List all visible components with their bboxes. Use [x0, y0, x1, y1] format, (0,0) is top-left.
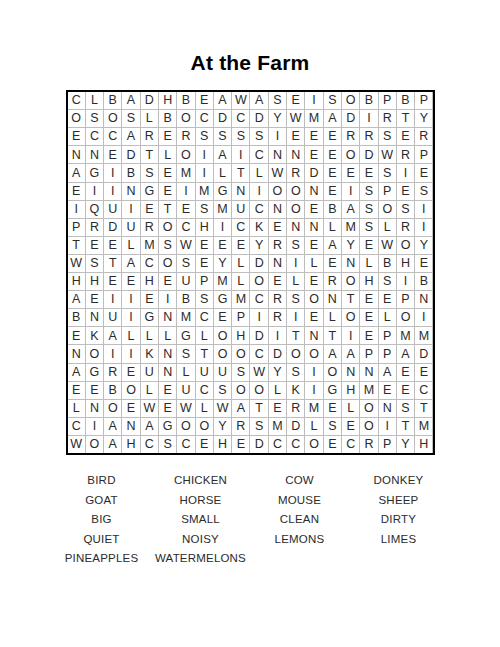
grid-cell[interactable]: S — [379, 128, 396, 145]
grid-cell[interactable]: B — [324, 201, 341, 218]
grid-cell[interactable]: L — [159, 146, 176, 163]
grid-cell[interactable]: T — [287, 327, 304, 344]
grid-cell[interactable]: R — [360, 128, 377, 145]
grid-cell[interactable]: L — [122, 237, 139, 254]
grid-cell[interactable]: E — [214, 237, 231, 254]
grid-cell[interactable]: M — [214, 201, 231, 218]
grid-cell[interactable]: N — [305, 219, 322, 236]
grid-cell[interactable]: G — [324, 382, 341, 399]
grid-cell[interactable]: E — [360, 237, 377, 254]
grid-cell[interactable]: H — [68, 273, 85, 290]
grid-cell[interactable]: S — [360, 183, 377, 200]
grid-cell[interactable]: O — [159, 219, 176, 236]
grid-cell[interactable]: C — [250, 345, 267, 362]
grid-cell[interactable]: E — [196, 255, 213, 272]
grid-cell[interactable]: I — [415, 219, 432, 236]
grid-cell[interactable]: N — [269, 201, 286, 218]
grid-cell[interactable]: K — [250, 219, 267, 236]
grid-cell[interactable]: L — [379, 309, 396, 326]
grid-cell[interactable]: A — [214, 92, 231, 109]
grid-cell[interactable]: D — [250, 255, 267, 272]
grid-cell[interactable]: M — [397, 327, 414, 344]
grid-cell[interactable]: W — [177, 400, 194, 417]
grid-cell[interactable]: S — [287, 291, 304, 308]
grid-cell[interactable]: R — [342, 128, 359, 145]
grid-cell[interactable]: R — [397, 219, 414, 236]
grid-cell[interactable]: G — [159, 418, 176, 435]
grid-cell[interactable]: I — [269, 327, 286, 344]
grid-cell[interactable]: U — [122, 219, 139, 236]
grid-cell[interactable]: S — [415, 183, 432, 200]
grid-cell[interactable]: E — [68, 183, 85, 200]
grid-cell[interactable]: E — [397, 128, 414, 145]
grid-cell[interactable]: G — [86, 164, 103, 181]
grid-cell[interactable]: E — [305, 309, 322, 326]
grid-cell[interactable]: Y — [250, 237, 267, 254]
grid-cell[interactable]: T — [397, 418, 414, 435]
grid-cell[interactable]: C — [250, 146, 267, 163]
grid-cell[interactable]: A — [68, 364, 85, 381]
grid-cell[interactable]: E — [68, 327, 85, 344]
grid-cell[interactable]: S — [196, 291, 213, 308]
grid-cell[interactable]: E — [104, 146, 121, 163]
grid-cell[interactable]: E — [360, 291, 377, 308]
grid-cell[interactable]: T — [141, 146, 158, 163]
grid-cell[interactable]: E — [141, 291, 158, 308]
grid-cell[interactable]: E — [379, 382, 396, 399]
grid-cell[interactable]: A — [141, 418, 158, 435]
grid-cell[interactable]: N — [305, 327, 322, 344]
grid-cell[interactable]: O — [287, 345, 304, 362]
grid-cell[interactable]: E — [159, 183, 176, 200]
grid-cell[interactable]: I — [86, 418, 103, 435]
grid-cell[interactable]: A — [104, 327, 121, 344]
grid-cell[interactable]: E — [324, 255, 341, 272]
grid-cell[interactable]: I — [269, 128, 286, 145]
grid-cell[interactable]: S — [360, 201, 377, 218]
grid-cell[interactable]: I — [104, 291, 121, 308]
grid-cell[interactable]: A — [122, 255, 139, 272]
grid-cell[interactable]: H — [196, 219, 213, 236]
grid-cell[interactable]: O — [305, 436, 322, 453]
grid-cell[interactable]: N — [269, 255, 286, 272]
grid-cell[interactable]: U — [104, 309, 121, 326]
grid-cell[interactable]: C — [415, 382, 432, 399]
grid-cell[interactable]: E — [397, 382, 414, 399]
grid-cell[interactable]: L — [196, 400, 213, 417]
grid-cell[interactable]: I — [250, 309, 267, 326]
grid-cell[interactable]: N — [342, 255, 359, 272]
grid-cell[interactable]: T — [415, 400, 432, 417]
grid-cell[interactable]: I — [397, 273, 414, 290]
grid-cell[interactable]: U — [104, 201, 121, 218]
grid-cell[interactable]: H — [397, 255, 414, 272]
grid-cell[interactable]: R — [324, 273, 341, 290]
grid-cell[interactable]: I — [305, 382, 322, 399]
grid-cell[interactable]: O — [287, 183, 304, 200]
grid-cell[interactable]: C — [177, 219, 194, 236]
grid-cell[interactable]: I — [287, 255, 304, 272]
grid-cell[interactable]: L — [324, 219, 341, 236]
grid-cell[interactable]: L — [379, 219, 396, 236]
grid-cell[interactable]: C — [196, 110, 213, 127]
grid-cell[interactable]: A — [232, 400, 249, 417]
grid-cell[interactable]: T — [342, 291, 359, 308]
grid-cell[interactable]: S — [214, 382, 231, 399]
grid-cell[interactable]: L — [269, 382, 286, 399]
grid-cell[interactable]: I — [196, 146, 213, 163]
grid-cell[interactable]: E — [159, 382, 176, 399]
grid-cell[interactable]: W — [269, 164, 286, 181]
grid-cell[interactable]: I — [104, 164, 121, 181]
grid-cell[interactable]: O — [360, 400, 377, 417]
grid-cell[interactable]: O — [232, 382, 249, 399]
grid-cell[interactable]: E — [159, 273, 176, 290]
grid-cell[interactable]: R — [104, 364, 121, 381]
grid-cell[interactable]: E — [104, 237, 121, 254]
grid-cell[interactable]: I — [122, 309, 139, 326]
grid-cell[interactable]: C — [86, 128, 103, 145]
grid-cell[interactable]: E — [397, 364, 414, 381]
grid-cell[interactable]: N — [232, 183, 249, 200]
grid-cell[interactable]: O — [104, 110, 121, 127]
grid-cell[interactable]: I — [122, 201, 139, 218]
grid-cell[interactable]: O — [68, 110, 85, 127]
grid-cell[interactable]: D — [214, 110, 231, 127]
grid-cell[interactable]: M — [305, 110, 322, 127]
grid-cell[interactable]: A — [122, 92, 139, 109]
grid-cell[interactable]: R — [269, 309, 286, 326]
grid-cell[interactable]: H — [86, 273, 103, 290]
grid-cell[interactable]: E — [104, 273, 121, 290]
grid-cell[interactable]: N — [68, 146, 85, 163]
grid-cell[interactable]: A — [104, 436, 121, 453]
grid-cell[interactable]: E — [324, 128, 341, 145]
grid-cell[interactable]: S — [397, 201, 414, 218]
grid-cell[interactable]: I — [214, 219, 231, 236]
grid-cell[interactable]: H — [232, 327, 249, 344]
grid-cell[interactable]: C — [196, 309, 213, 326]
grid-cell[interactable]: O — [305, 291, 322, 308]
grid-cell[interactable]: A — [397, 345, 414, 362]
grid-cell[interactable]: O — [177, 110, 194, 127]
grid-cell[interactable]: R — [379, 110, 396, 127]
grid-cell[interactable]: P — [415, 146, 432, 163]
grid-cell[interactable]: N — [86, 146, 103, 163]
grid-cell[interactable]: S — [324, 418, 341, 435]
grid-cell[interactable]: M — [415, 327, 432, 344]
grid-cell[interactable]: S — [196, 201, 213, 218]
grid-cell[interactable]: E — [122, 273, 139, 290]
grid-cell[interactable]: E — [415, 364, 432, 381]
grid-cell[interactable]: E — [360, 164, 377, 181]
grid-cell[interactable]: E — [86, 237, 103, 254]
grid-cell[interactable]: O — [397, 237, 414, 254]
grid-cell[interactable]: R — [397, 146, 414, 163]
grid-cell[interactable]: I — [415, 309, 432, 326]
grid-cell[interactable]: E — [305, 128, 322, 145]
grid-cell[interactable]: S — [250, 418, 267, 435]
grid-cell[interactable]: E — [86, 291, 103, 308]
grid-cell[interactable]: O — [269, 183, 286, 200]
grid-cell[interactable]: R — [269, 291, 286, 308]
grid-cell[interactable]: Y — [269, 110, 286, 127]
grid-cell[interactable]: L — [360, 255, 377, 272]
grid-cell[interactable]: C — [68, 418, 85, 435]
grid-cell[interactable]: E — [342, 418, 359, 435]
grid-cell[interactable]: D — [104, 219, 121, 236]
grid-cell[interactable]: O — [287, 201, 304, 218]
grid-cell[interactable]: E — [305, 273, 322, 290]
grid-cell[interactable]: L — [342, 400, 359, 417]
grid-cell[interactable]: A — [324, 237, 341, 254]
grid-cell[interactable]: D — [305, 164, 322, 181]
grid-cell[interactable]: N — [159, 309, 176, 326]
grid-cell[interactable]: I — [122, 345, 139, 362]
grid-cell[interactable]: C — [287, 436, 304, 453]
grid-cell[interactable]: R — [269, 237, 286, 254]
grid-cell[interactable]: D — [250, 327, 267, 344]
grid-cell[interactable]: D — [250, 110, 267, 127]
grid-cell[interactable]: I — [122, 291, 139, 308]
grid-cell[interactable]: E — [324, 164, 341, 181]
grid-cell[interactable]: W — [68, 436, 85, 453]
grid-cell[interactable]: G — [86, 364, 103, 381]
grid-cell[interactable]: E — [342, 164, 359, 181]
grid-cell[interactable]: O — [324, 364, 341, 381]
grid-cell[interactable]: O — [159, 255, 176, 272]
grid-cell[interactable]: O — [86, 345, 103, 362]
grid-cell[interactable]: E — [159, 164, 176, 181]
grid-cell[interactable]: M — [196, 183, 213, 200]
grid-cell[interactable]: R — [287, 164, 304, 181]
grid-cell[interactable]: E — [68, 128, 85, 145]
grid-cell[interactable]: D — [250, 436, 267, 453]
grid-cell[interactable]: C — [196, 382, 213, 399]
grid-cell[interactable]: P — [397, 291, 414, 308]
grid-cell[interactable]: A — [104, 418, 121, 435]
grid-cell[interactable]: A — [342, 345, 359, 362]
grid-cell[interactable]: S — [232, 128, 249, 145]
grid-cell[interactable]: U — [177, 273, 194, 290]
grid-cell[interactable]: I — [159, 291, 176, 308]
grid-cell[interactable]: E — [324, 436, 341, 453]
grid-cell[interactable]: L — [305, 418, 322, 435]
grid-cell[interactable]: S — [379, 273, 396, 290]
grid-cell[interactable]: S — [250, 128, 267, 145]
grid-cell[interactable]: I — [177, 183, 194, 200]
grid-cell[interactable]: A — [122, 128, 139, 145]
grid-cell[interactable]: I — [86, 183, 103, 200]
grid-cell[interactable]: I — [250, 183, 267, 200]
grid-cell[interactable]: P — [360, 345, 377, 362]
grid-cell[interactable]: C — [342, 436, 359, 453]
grid-cell[interactable]: O — [397, 309, 414, 326]
grid-cell[interactable]: O — [232, 345, 249, 362]
grid-cell[interactable]: O — [250, 273, 267, 290]
grid-cell[interactable]: U — [177, 382, 194, 399]
grid-cell[interactable]: Y — [269, 364, 286, 381]
grid-cell[interactable]: C — [232, 110, 249, 127]
grid-cell[interactable]: M — [415, 418, 432, 435]
grid-cell[interactable]: S — [232, 364, 249, 381]
grid-cell[interactable]: C — [104, 128, 121, 145]
grid-cell[interactable]: Y — [397, 436, 414, 453]
grid-cell[interactable]: L — [305, 255, 322, 272]
grid-cell[interactable]: O — [196, 418, 213, 435]
grid-cell[interactable]: T — [397, 110, 414, 127]
grid-cell[interactable]: E — [177, 201, 194, 218]
grid-cell[interactable]: N — [122, 183, 139, 200]
grid-cell[interactable]: D — [415, 345, 432, 362]
grid-cell[interactable]: O — [104, 400, 121, 417]
grid-cell[interactable]: G — [141, 309, 158, 326]
grid-cell[interactable]: A — [324, 110, 341, 127]
grid-cell[interactable]: I — [104, 183, 121, 200]
grid-cell[interactable]: O — [342, 146, 359, 163]
grid-cell[interactable]: W — [287, 110, 304, 127]
grid-cell[interactable]: H — [122, 436, 139, 453]
grid-cell[interactable]: N — [86, 400, 103, 417]
grid-cell[interactable]: E — [379, 291, 396, 308]
grid-cell[interactable]: O — [177, 146, 194, 163]
grid-cell[interactable]: N — [68, 345, 85, 362]
grid-cell[interactable]: S — [177, 255, 194, 272]
grid-cell[interactable]: A — [68, 164, 85, 181]
grid-cell[interactable]: D — [342, 110, 359, 127]
grid-cell[interactable]: T — [104, 255, 121, 272]
grid-cell[interactable]: D — [269, 345, 286, 362]
grid-cell[interactable]: M — [305, 400, 322, 417]
grid-cell[interactable]: M — [214, 273, 231, 290]
grid-cell[interactable]: E — [86, 382, 103, 399]
grid-cell[interactable]: R — [141, 128, 158, 145]
grid-cell[interactable]: S — [287, 364, 304, 381]
grid-cell[interactable]: N — [360, 364, 377, 381]
grid-cell[interactable]: C — [269, 436, 286, 453]
grid-cell[interactable]: P — [415, 92, 432, 109]
grid-cell[interactable]: A — [68, 291, 85, 308]
grid-cell[interactable]: N — [287, 146, 304, 163]
grid-cell[interactable]: O — [360, 418, 377, 435]
grid-cell[interactable]: L — [141, 110, 158, 127]
grid-cell[interactable]: W — [379, 146, 396, 163]
grid-cell[interactable]: T — [196, 345, 213, 362]
grid-cell[interactable]: D — [360, 146, 377, 163]
grid-cell[interactable]: E — [232, 237, 249, 254]
grid-cell[interactable]: L — [232, 255, 249, 272]
grid-cell[interactable]: C — [141, 255, 158, 272]
grid-cell[interactable]: E — [305, 237, 322, 254]
grid-cell[interactable]: E — [196, 436, 213, 453]
grid-cell[interactable]: Y — [415, 237, 432, 254]
grid-cell[interactable]: L — [196, 327, 213, 344]
grid-cell[interactable]: C — [250, 201, 267, 218]
grid-cell[interactable]: R — [415, 128, 432, 145]
grid-cell[interactable]: E — [415, 255, 432, 272]
grid-cell[interactable]: Y — [342, 237, 359, 254]
grid-cell[interactable]: H — [342, 382, 359, 399]
grid-cell[interactable]: S — [379, 164, 396, 181]
grid-cell[interactable]: H — [214, 436, 231, 453]
grid-cell[interactable]: I — [196, 164, 213, 181]
grid-cell[interactable]: S — [159, 436, 176, 453]
grid-cell[interactable]: W — [379, 237, 396, 254]
grid-cell[interactable]: K — [287, 382, 304, 399]
grid-cell[interactable]: P — [379, 436, 396, 453]
grid-cell[interactable]: O — [342, 309, 359, 326]
grid-cell[interactable]: E — [159, 128, 176, 145]
grid-cell[interactable]: R — [141, 219, 158, 236]
grid-cell[interactable]: I — [415, 201, 432, 218]
grid-cell[interactable]: B — [360, 92, 377, 109]
grid-cell[interactable]: M — [141, 237, 158, 254]
grid-cell[interactable]: C — [250, 291, 267, 308]
grid-cell[interactable]: M — [269, 418, 286, 435]
grid-cell[interactable]: S — [397, 400, 414, 417]
grid-cell[interactable]: E — [269, 400, 286, 417]
grid-cell[interactable]: R — [177, 128, 194, 145]
grid-cell[interactable]: N — [122, 418, 139, 435]
grid-cell[interactable]: L — [141, 382, 158, 399]
grid-cell[interactable]: U — [196, 364, 213, 381]
grid-cell[interactable]: M — [232, 291, 249, 308]
grid-cell[interactable]: K — [86, 327, 103, 344]
grid-cell[interactable]: O — [214, 327, 231, 344]
grid-cell[interactable]: A — [379, 364, 396, 381]
grid-cell[interactable]: O — [122, 382, 139, 399]
grid-cell[interactable]: E — [360, 327, 377, 344]
grid-cell[interactable]: S — [324, 92, 341, 109]
grid-cell[interactable]: H — [141, 273, 158, 290]
grid-cell[interactable]: A — [324, 345, 341, 362]
grid-cell[interactable]: M — [177, 309, 194, 326]
grid-cell[interactable]: T — [159, 201, 176, 218]
grid-cell[interactable]: B — [104, 92, 121, 109]
grid-cell[interactable]: Y — [214, 255, 231, 272]
grid-cell[interactable]: N — [305, 183, 322, 200]
grid-cell[interactable]: O — [86, 436, 103, 453]
grid-cell[interactable]: L — [232, 273, 249, 290]
grid-cell[interactable]: O — [342, 92, 359, 109]
grid-cell[interactable]: E — [232, 436, 249, 453]
grid-cell[interactable]: L — [122, 327, 139, 344]
grid-cell[interactable]: G — [214, 183, 231, 200]
grid-cell[interactable]: P — [379, 327, 396, 344]
grid-cell[interactable]: S — [86, 255, 103, 272]
grid-cell[interactable]: O — [214, 345, 231, 362]
grid-cell[interactable]: L — [177, 364, 194, 381]
grid-cell[interactable]: B — [177, 92, 194, 109]
grid-cell[interactable]: S — [214, 128, 231, 145]
grid-cell[interactable]: B — [68, 309, 85, 326]
grid-cell[interactable]: L — [159, 327, 176, 344]
grid-cell[interactable]: P — [196, 273, 213, 290]
grid-cell[interactable]: B — [379, 255, 396, 272]
grid-cell[interactable]: M — [177, 164, 194, 181]
grid-cell[interactable]: U — [141, 364, 158, 381]
grid-cell[interactable]: B — [177, 291, 194, 308]
grid-cell[interactable]: E — [122, 400, 139, 417]
grid-cell[interactable]: D — [287, 418, 304, 435]
grid-cell[interactable]: E — [159, 400, 176, 417]
grid-cell[interactable]: E — [415, 164, 432, 181]
grid-cell[interactable]: E — [269, 273, 286, 290]
grid-cell[interactable]: I — [305, 364, 322, 381]
grid-cell[interactable]: S — [141, 164, 158, 181]
grid-cell[interactable]: M — [360, 382, 377, 399]
grid-cell[interactable]: L — [214, 164, 231, 181]
